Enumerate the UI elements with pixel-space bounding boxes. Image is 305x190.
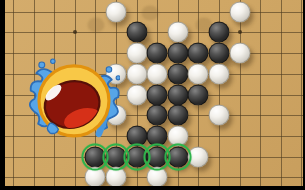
black-stone: [167, 63, 188, 84]
white-stone: [229, 1, 250, 22]
white-stone: [229, 43, 250, 64]
white-stone: [209, 63, 230, 84]
letterbox-left: [0, 0, 5, 190]
black-stone: [147, 84, 168, 105]
white-stone: [147, 63, 168, 84]
crying-emoji-sticker: [28, 53, 120, 145]
white-stone: [106, 1, 127, 22]
black-stone: [167, 105, 188, 126]
letterbox-right: [303, 0, 305, 190]
letterbox-bottom: [0, 186, 305, 190]
white-stone: [126, 43, 147, 64]
white-stone: [126, 84, 147, 105]
black-stone: [188, 43, 209, 64]
black-stone: [167, 43, 188, 64]
black-stone: [147, 105, 168, 126]
white-stone: [126, 63, 147, 84]
black-stone: [209, 43, 230, 64]
white-stone: [188, 63, 209, 84]
board-smudge: [88, 18, 105, 33]
black-stone: [126, 22, 147, 43]
gomoku-board-screenshot: [0, 0, 305, 190]
black-stone: [167, 84, 188, 105]
star-point: [238, 30, 242, 34]
black-stone: [147, 43, 168, 64]
black-stone: [188, 84, 209, 105]
board-smudge: [142, 6, 159, 21]
white-stone: [167, 22, 188, 43]
black-stone: [209, 22, 230, 43]
grid-line-horizontal: [0, 32, 305, 33]
winning-line-ring: [164, 143, 191, 170]
white-stone: [209, 105, 230, 126]
star-point: [73, 30, 77, 34]
